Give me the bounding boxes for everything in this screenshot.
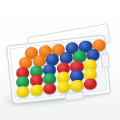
case-tray (6, 35, 111, 105)
product-photo (0, 0, 120, 120)
